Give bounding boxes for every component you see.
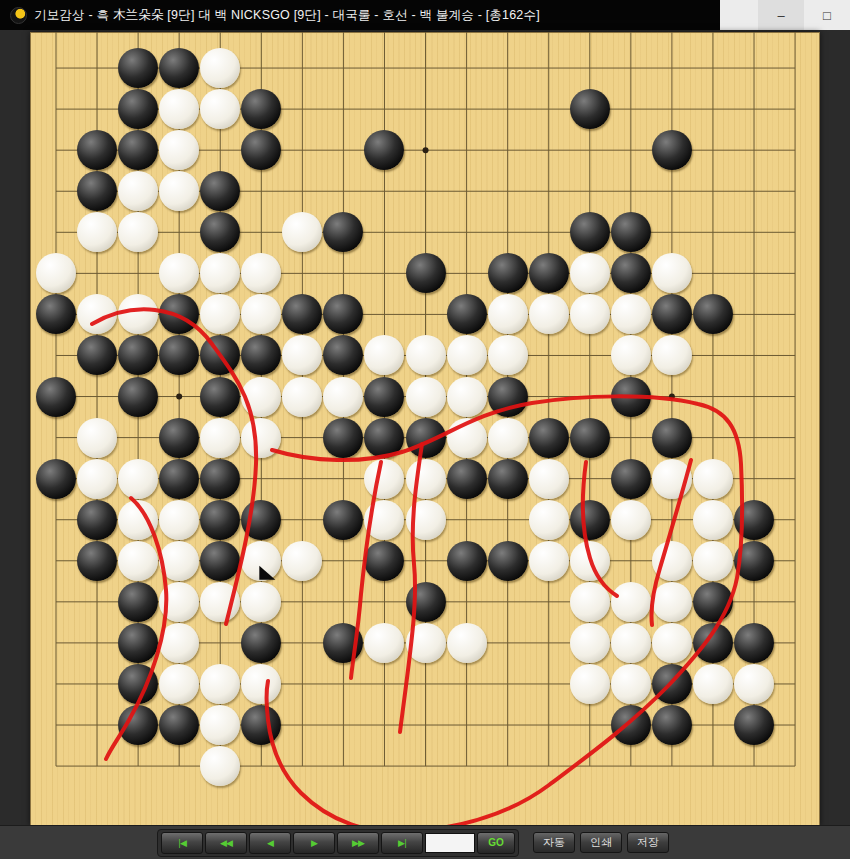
black-stone <box>241 89 281 129</box>
go-button[interactable]: GO <box>477 832 515 854</box>
black-stone <box>200 171 240 211</box>
black-stone <box>118 48 158 88</box>
white-stone <box>241 541 281 581</box>
black-stone <box>364 130 404 170</box>
white-stone <box>652 623 692 663</box>
window-title: 기보감상 - 흑 木兰朵朵 [9단] 대 백 NICKSGO [9단] - 대국… <box>34 7 540 24</box>
print-button[interactable]: 인쇄 <box>580 832 622 853</box>
fast-back-button[interactable]: ◀◀ <box>205 832 247 854</box>
black-stone <box>693 294 733 334</box>
black-stone <box>118 582 158 622</box>
black-stone <box>77 130 117 170</box>
white-stone <box>159 623 199 663</box>
black-stone <box>36 294 76 334</box>
white-stone <box>200 582 240 622</box>
white-stone <box>241 294 281 334</box>
white-stone <box>364 335 404 375</box>
white-stone <box>693 500 733 540</box>
black-stone <box>77 500 117 540</box>
navigation-buttons: |◀◀◀◀▶▶▶▶|GO <box>157 829 519 857</box>
black-stone <box>364 541 404 581</box>
black-stone <box>447 541 487 581</box>
black-stone <box>159 294 199 334</box>
white-stone <box>652 253 692 293</box>
white-stone <box>364 500 404 540</box>
white-stone <box>200 664 240 704</box>
white-stone <box>406 500 446 540</box>
black-stone <box>118 377 158 417</box>
black-stone <box>323 335 363 375</box>
white-stone <box>323 377 363 417</box>
black-stone <box>488 541 528 581</box>
black-stone <box>200 335 240 375</box>
black-stone <box>36 377 76 417</box>
white-stone <box>200 89 240 129</box>
black-stone <box>118 705 158 745</box>
go-board[interactable] <box>30 32 820 826</box>
white-stone <box>693 459 733 499</box>
white-stone <box>77 294 117 334</box>
white-stone <box>159 130 199 170</box>
black-stone <box>282 294 322 334</box>
black-stone <box>241 335 281 375</box>
white-stone <box>118 541 158 581</box>
white-stone <box>529 541 569 581</box>
black-stone <box>652 130 692 170</box>
black-stone <box>200 541 240 581</box>
board-area <box>0 30 850 826</box>
black-stone <box>529 253 569 293</box>
white-stone <box>488 418 528 458</box>
title-bar: 기보감상 - 흑 木兰朵朵 [9단] 대 백 NICKSGO [9단] - 대국… <box>0 0 850 30</box>
black-stone <box>323 294 363 334</box>
black-stone <box>611 705 651 745</box>
white-stone <box>364 623 404 663</box>
white-stone <box>159 253 199 293</box>
black-stone <box>570 89 610 129</box>
white-stone <box>611 582 651 622</box>
white-stone <box>159 664 199 704</box>
black-stone <box>611 253 651 293</box>
white-stone <box>282 335 322 375</box>
white-stone <box>118 171 158 211</box>
white-stone <box>611 335 651 375</box>
white-stone <box>529 294 569 334</box>
black-stone <box>241 500 281 540</box>
black-stone <box>323 418 363 458</box>
black-stone <box>200 500 240 540</box>
white-stone <box>118 294 158 334</box>
white-stone <box>118 212 158 252</box>
black-stone <box>200 212 240 252</box>
white-stone <box>570 582 610 622</box>
black-stone <box>652 294 692 334</box>
black-stone <box>159 335 199 375</box>
white-stone <box>447 335 487 375</box>
white-stone <box>118 500 158 540</box>
white-stone <box>241 582 281 622</box>
white-stone <box>200 294 240 334</box>
black-stone <box>734 623 774 663</box>
white-stone <box>693 664 733 704</box>
black-stone <box>159 705 199 745</box>
white-stone <box>447 377 487 417</box>
black-stone <box>159 48 199 88</box>
last-move-button[interactable]: ▶| <box>381 832 423 854</box>
white-stone <box>570 294 610 334</box>
white-stone <box>159 582 199 622</box>
white-stone <box>652 582 692 622</box>
white-stone <box>488 294 528 334</box>
kifu-viewer-window: 기보감상 - 흑 木兰朵朵 [9단] 대 백 NICKSGO [9단] - 대국… <box>0 0 850 859</box>
black-stone <box>36 459 76 499</box>
white-stone <box>118 459 158 499</box>
black-stone <box>406 253 446 293</box>
black-stone <box>611 459 651 499</box>
black-stone <box>323 212 363 252</box>
white-stone <box>570 623 610 663</box>
black-stone <box>488 459 528 499</box>
back-button[interactable]: ◀ <box>249 832 291 854</box>
white-stone <box>529 459 569 499</box>
white-stone <box>570 541 610 581</box>
black-stone <box>447 294 487 334</box>
black-stone <box>488 253 528 293</box>
white-stone <box>36 253 76 293</box>
black-stone <box>652 418 692 458</box>
black-stone <box>77 171 117 211</box>
white-stone <box>159 89 199 129</box>
white-stone <box>652 335 692 375</box>
first-move-button[interactable]: |◀ <box>161 832 203 854</box>
white-stone <box>241 418 281 458</box>
white-stone <box>447 418 487 458</box>
black-stone <box>77 335 117 375</box>
black-stone <box>200 377 240 417</box>
bottom-toolbar: |◀◀◀◀▶▶▶▶|GO 자동인쇄저장 <box>0 825 850 859</box>
black-stone <box>200 459 240 499</box>
fast-forward-button[interactable]: ▶▶ <box>337 832 379 854</box>
black-stone <box>323 623 363 663</box>
move-number-input[interactable] <box>425 833 475 853</box>
white-stone <box>200 48 240 88</box>
black-stone <box>118 89 158 129</box>
star-point <box>176 394 182 400</box>
white-stone <box>200 253 240 293</box>
white-stone <box>406 335 446 375</box>
white-stone <box>159 541 199 581</box>
white-stone <box>447 623 487 663</box>
white-stone <box>364 459 404 499</box>
black-stone <box>364 418 404 458</box>
black-stone <box>118 623 158 663</box>
black-stone <box>611 212 651 252</box>
white-stone <box>241 664 281 704</box>
black-stone <box>734 705 774 745</box>
black-stone <box>364 377 404 417</box>
black-stone <box>241 130 281 170</box>
black-stone <box>241 705 281 745</box>
white-stone <box>282 541 322 581</box>
white-stone <box>570 253 610 293</box>
black-stone <box>406 418 446 458</box>
white-stone <box>159 171 199 211</box>
white-stone <box>406 459 446 499</box>
black-stone <box>693 623 733 663</box>
white-stone <box>611 294 651 334</box>
white-stone <box>611 664 651 704</box>
white-stone <box>652 541 692 581</box>
black-stone <box>570 212 610 252</box>
white-stone <box>406 377 446 417</box>
black-stone <box>570 500 610 540</box>
white-stone <box>282 212 322 252</box>
white-stone <box>734 664 774 704</box>
white-stone <box>241 377 281 417</box>
black-stone <box>159 418 199 458</box>
white-stone <box>693 541 733 581</box>
minimize-button[interactable]: – <box>758 0 804 30</box>
black-stone <box>118 335 158 375</box>
white-stone <box>77 459 117 499</box>
white-stone <box>611 500 651 540</box>
white-stone <box>200 705 240 745</box>
white-stone <box>77 418 117 458</box>
black-stone <box>611 377 651 417</box>
white-stone <box>200 746 240 786</box>
white-stone <box>611 623 651 663</box>
black-stone <box>77 541 117 581</box>
black-stone <box>734 541 774 581</box>
white-stone <box>159 500 199 540</box>
black-stone <box>241 623 281 663</box>
black-stone <box>570 418 610 458</box>
white-stone <box>529 500 569 540</box>
maximize-button[interactable]: □ <box>804 0 850 30</box>
star-point <box>669 394 675 400</box>
black-stone <box>734 500 774 540</box>
white-stone <box>282 377 322 417</box>
app-icon <box>10 7 27 24</box>
white-stone <box>570 664 610 704</box>
black-stone <box>447 459 487 499</box>
black-stone <box>159 459 199 499</box>
black-stone <box>118 664 158 704</box>
white-stone <box>241 253 281 293</box>
black-stone <box>529 418 569 458</box>
white-stone <box>77 212 117 252</box>
star-point <box>423 147 429 153</box>
white-stone <box>406 623 446 663</box>
black-stone <box>488 377 528 417</box>
white-stone <box>200 418 240 458</box>
save-button[interactable]: 저장 <box>627 832 669 853</box>
white-stone <box>488 335 528 375</box>
black-stone <box>406 582 446 622</box>
white-stone <box>652 459 692 499</box>
black-stone <box>693 582 733 622</box>
black-stone <box>652 705 692 745</box>
forward-button[interactable]: ▶ <box>293 832 335 854</box>
auto-button[interactable]: 자동 <box>533 832 575 853</box>
black-stone <box>652 664 692 704</box>
black-stone <box>118 130 158 170</box>
black-stone <box>323 500 363 540</box>
utility-buttons: 자동인쇄저장 <box>533 832 669 853</box>
window-controls: – □ <box>720 0 850 30</box>
